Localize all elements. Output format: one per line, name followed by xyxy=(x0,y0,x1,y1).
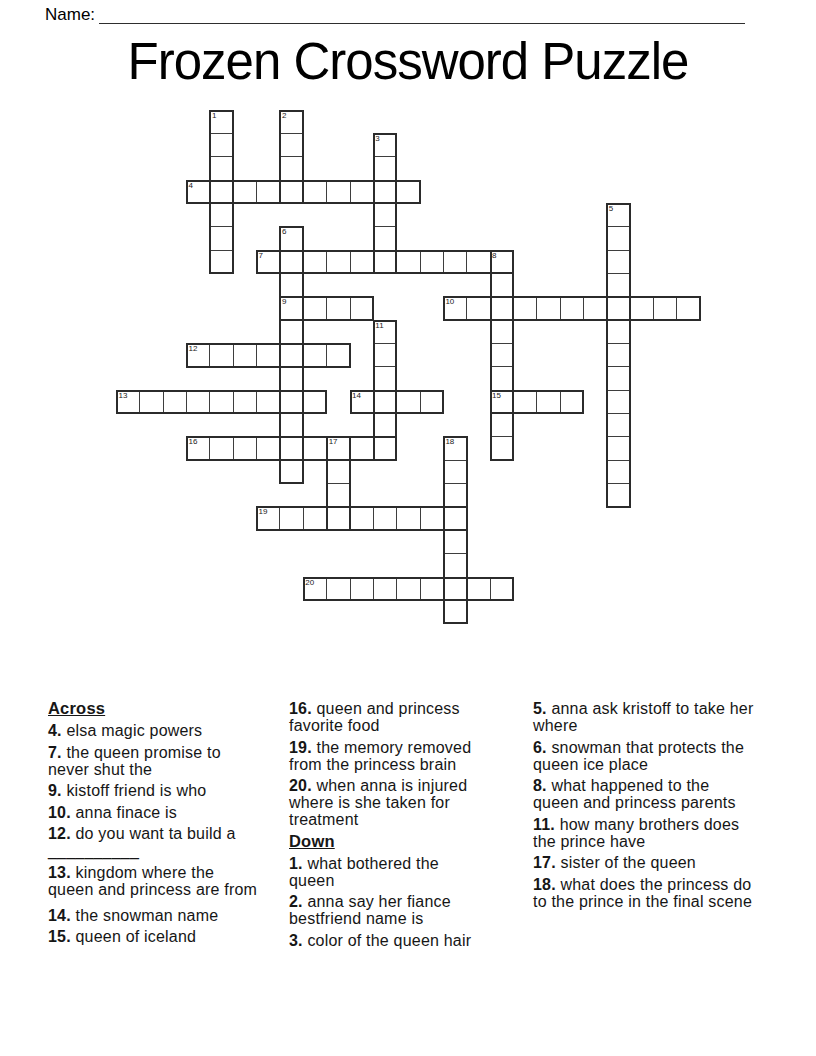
grid-cell[interactable] xyxy=(490,366,515,391)
grid-cell[interactable]: 18 xyxy=(443,436,468,461)
grid-cell[interactable] xyxy=(373,156,398,181)
grid-cell[interactable] xyxy=(303,296,328,321)
clue-text: snowman that protects the queen ice plac… xyxy=(533,739,744,773)
grid-cell[interactable] xyxy=(279,436,304,461)
clue-down-3: 3. color of the queen hair xyxy=(289,932,488,949)
grid-cell[interactable] xyxy=(350,577,375,602)
grid-cell[interactable]: 8 xyxy=(490,250,515,275)
grid-cell[interactable] xyxy=(209,203,234,228)
clue-across-16: 16. queen and princess favorite food xyxy=(289,700,488,734)
grid-cell[interactable] xyxy=(420,577,445,602)
grid-cell[interactable] xyxy=(606,483,631,508)
cell-number: 17 xyxy=(329,437,338,446)
grid-cell[interactable] xyxy=(303,506,328,531)
cell-number: 9 xyxy=(282,297,286,306)
grid-cell[interactable] xyxy=(513,390,538,415)
grid-cell[interactable] xyxy=(209,250,234,275)
grid-cell[interactable] xyxy=(326,483,351,508)
grid-cell[interactable] xyxy=(303,343,328,368)
cell-number: 10 xyxy=(445,297,454,306)
clue-number: 14. xyxy=(48,907,71,924)
down-header: Down xyxy=(289,833,488,850)
grid-cell[interactable] xyxy=(443,530,468,555)
clue-number: 18. xyxy=(533,876,556,893)
grid-cell[interactable] xyxy=(279,343,304,368)
grid-cell[interactable] xyxy=(443,483,468,508)
clue-text: kistoff friend is who xyxy=(66,782,206,799)
grid-cell[interactable] xyxy=(209,133,234,158)
cell-number: 8 xyxy=(492,251,496,260)
grid-cell[interactable] xyxy=(373,226,398,251)
grid-cell[interactable] xyxy=(490,343,515,368)
grid-cell[interactable] xyxy=(396,250,421,275)
grid-cell[interactable] xyxy=(303,390,328,415)
clue-down-5: 5. anna ask kristoff to take her where xyxy=(533,700,755,734)
grid-cell[interactable] xyxy=(209,226,234,251)
grid-cell[interactable] xyxy=(303,250,328,275)
clue-number: 2. xyxy=(289,893,303,910)
grid-cell[interactable] xyxy=(373,390,398,415)
grid-cell[interactable] xyxy=(490,413,515,438)
grid-cell[interactable] xyxy=(606,436,631,461)
clue-number: 7. xyxy=(48,744,62,761)
grid-cell[interactable] xyxy=(209,436,234,461)
grid-cell[interactable] xyxy=(466,296,491,321)
clue-down-1: 1. what bothered the queen xyxy=(289,855,488,889)
clue-number: 8. xyxy=(533,777,547,794)
grid-cell[interactable] xyxy=(443,577,468,602)
grid-cell[interactable]: 17 xyxy=(326,436,351,461)
clue-across-10: 10. anna finace is xyxy=(48,804,262,821)
grid-cell[interactable] xyxy=(279,156,304,181)
grid-cell[interactable] xyxy=(279,460,304,485)
grid-cell[interactable] xyxy=(396,180,421,205)
clue-number: 4. xyxy=(48,722,62,739)
grid-cell[interactable] xyxy=(326,460,351,485)
clue-number: 16. xyxy=(289,700,312,717)
clue-text: what does the princess do to the prince … xyxy=(533,876,752,910)
cell-number: 20 xyxy=(305,578,314,587)
grid-cell[interactable]: 14 xyxy=(350,390,375,415)
clue-text: when anna is injured where is she taken … xyxy=(289,777,467,828)
grid-cell[interactable] xyxy=(420,506,445,531)
grid-cell[interactable] xyxy=(373,366,398,391)
clue-down-8: 8. what happened to the queen and prince… xyxy=(533,777,755,811)
clue-text: the queen promise to never shut the xyxy=(48,744,221,778)
grid-cell[interactable] xyxy=(373,436,398,461)
cell-number: 12 xyxy=(189,344,198,353)
grid-cell[interactable] xyxy=(443,506,468,531)
grid-cell[interactable] xyxy=(279,250,304,275)
grid-cell[interactable] xyxy=(396,577,421,602)
grid-cell[interactable] xyxy=(396,506,421,531)
clue-number: 9. xyxy=(48,782,62,799)
clue-text: what happened to the queen and princess … xyxy=(533,777,736,811)
clue-across-4: 4. elsa magic powers xyxy=(48,722,262,739)
grid-cell[interactable] xyxy=(373,250,398,275)
grid-cell[interactable] xyxy=(279,133,304,158)
clue-text: what bothered the queen xyxy=(289,855,439,889)
clues-column-3: 5. anna ask kristoff to take her where6.… xyxy=(533,700,755,914)
grid-cell[interactable]: 6 xyxy=(279,226,304,251)
clue-text: anna ask kristoff to take her where xyxy=(533,700,753,734)
grid-cell[interactable] xyxy=(443,600,468,625)
clue-text: sister of the queen xyxy=(561,854,696,871)
cell-number: 13 xyxy=(119,391,128,400)
grid-cell[interactable] xyxy=(606,390,631,415)
grid-cell[interactable] xyxy=(653,296,678,321)
grid-cell[interactable]: 12 xyxy=(186,343,211,368)
grid-cell[interactable]: 7 xyxy=(256,250,281,275)
clue-number: 10. xyxy=(48,804,71,821)
grid-cell[interactable]: 9 xyxy=(279,296,304,321)
cell-number: 19 xyxy=(259,507,268,516)
grid-cell[interactable] xyxy=(326,250,351,275)
grid-cell[interactable] xyxy=(490,296,515,321)
grid-cell[interactable]: 2 xyxy=(279,110,304,135)
clue-number: 20. xyxy=(289,777,312,794)
clue-text: anna say her fiance bestfriend name is xyxy=(289,893,451,927)
clue-down-2: 2. anna say her fiance bestfriend name i… xyxy=(289,893,488,927)
grid-cell[interactable] xyxy=(279,390,304,415)
grid-cell[interactable] xyxy=(279,413,304,438)
clue-text: the memory removed from the princess bra… xyxy=(289,739,471,773)
clue-text: the snowman name xyxy=(76,907,219,924)
grid-cell[interactable] xyxy=(373,203,398,228)
grid-cell[interactable] xyxy=(420,390,445,415)
grid-cell[interactable]: 20 xyxy=(303,577,328,602)
grid-cell[interactable] xyxy=(209,343,234,368)
clue-text: do you want ta build a __________ xyxy=(48,825,236,859)
grid-cell[interactable] xyxy=(350,250,375,275)
grid-cell[interactable] xyxy=(630,296,655,321)
cell-number: 6 xyxy=(282,227,286,236)
clue-number: 5. xyxy=(533,700,547,717)
cell-number: 16 xyxy=(189,437,198,446)
grid-cell[interactable] xyxy=(233,343,258,368)
grid-cell[interactable] xyxy=(279,366,304,391)
grid-cell[interactable] xyxy=(303,180,328,205)
clue-text: color of the queen hair xyxy=(307,932,471,949)
grid-cell[interactable] xyxy=(233,436,258,461)
grid-cell[interactable] xyxy=(466,577,491,602)
cell-number: 3 xyxy=(375,134,379,143)
cell-number: 1 xyxy=(212,111,216,120)
grid-cell[interactable] xyxy=(350,506,375,531)
grid-cell[interactable] xyxy=(490,320,515,345)
clue-down-6: 6. snowman that protects the queen ice p… xyxy=(533,739,755,773)
grid-cell[interactable] xyxy=(350,180,375,205)
cell-number: 18 xyxy=(445,437,454,446)
grid-cell[interactable] xyxy=(443,460,468,485)
grid-cell[interactable] xyxy=(209,180,234,205)
grid-cell[interactable] xyxy=(326,296,351,321)
clue-number: 6. xyxy=(533,739,547,756)
grid-cell[interactable]: 1 xyxy=(209,110,234,135)
grid-cell[interactable] xyxy=(373,180,398,205)
worksheet-page: Name: Frozen Crossword Puzzle 4789101213… xyxy=(0,0,816,1056)
clue-down-18: 18. what does the princess do to the pri… xyxy=(533,876,755,910)
grid-cell[interactable] xyxy=(373,343,398,368)
clue-text: kingdom where the queen and princess are… xyxy=(48,864,257,898)
grid-cell[interactable]: 16 xyxy=(186,436,211,461)
grid-cell[interactable] xyxy=(490,273,515,298)
grid-cell[interactable] xyxy=(606,296,631,321)
grid-cell[interactable] xyxy=(279,273,304,298)
grid-cell[interactable] xyxy=(490,577,515,602)
grid-cell[interactable]: 5 xyxy=(606,203,631,228)
grid-cell[interactable] xyxy=(606,413,631,438)
grid-cell[interactable] xyxy=(350,436,375,461)
grid-cell[interactable]: 3 xyxy=(373,133,398,158)
grid-cell[interactable] xyxy=(233,180,258,205)
clue-down-11: 11. how many brothers does the prince ha… xyxy=(533,816,755,850)
grid-cell[interactable] xyxy=(279,320,304,345)
grid-cell[interactable] xyxy=(676,296,701,321)
clue-down-17: 17. sister of the queen xyxy=(533,854,755,871)
grid-cell[interactable]: 10 xyxy=(443,296,468,321)
grid-cell[interactable] xyxy=(606,460,631,485)
clues-column-1: Across4. elsa magic powers7. the queen p… xyxy=(48,700,262,950)
clue-number: 3. xyxy=(289,932,303,949)
clue-text: how many brothers does the prince have xyxy=(533,816,739,850)
clue-across-12: 12. do you want ta build a __________ xyxy=(48,825,262,859)
cell-number: 11 xyxy=(375,321,383,330)
grid-cell[interactable] xyxy=(606,250,631,275)
clue-text: elsa magic powers xyxy=(66,722,202,739)
grid-cell[interactable] xyxy=(466,250,491,275)
grid-cell[interactable] xyxy=(606,366,631,391)
grid-cell[interactable] xyxy=(443,553,468,578)
cell-number: 2 xyxy=(282,111,286,120)
grid-cell[interactable] xyxy=(373,413,398,438)
grid-cell[interactable] xyxy=(350,296,375,321)
clue-across-15: 15. queen of iceland xyxy=(48,928,262,945)
grid-cell[interactable] xyxy=(279,506,304,531)
grid-cell[interactable]: 13 xyxy=(116,390,141,415)
grid-cell[interactable] xyxy=(279,180,304,205)
grid-cell[interactable] xyxy=(256,436,281,461)
grid-cell[interactable] xyxy=(233,390,258,415)
grid-cell[interactable] xyxy=(209,156,234,181)
cell-number: 5 xyxy=(609,204,613,213)
across-header: Across xyxy=(48,700,262,717)
grid-cell[interactable] xyxy=(443,250,468,275)
grid-cell[interactable] xyxy=(560,390,585,415)
clue-across-20: 20. when anna is injured where is she ta… xyxy=(289,777,488,828)
grid-cell[interactable] xyxy=(209,390,234,415)
grid-cell[interactable]: 4 xyxy=(186,180,211,205)
clue-number: 12. xyxy=(48,825,71,842)
grid-cell[interactable]: 11 xyxy=(373,320,398,345)
grid-cell[interactable]: 19 xyxy=(256,506,281,531)
grid-cell[interactable] xyxy=(536,296,561,321)
cell-number: 14 xyxy=(352,391,361,400)
grid-cell[interactable] xyxy=(303,436,328,461)
cell-number: 4 xyxy=(189,181,193,190)
clue-across-19: 19. the memory removed from the princess… xyxy=(289,739,488,773)
grid-cell[interactable] xyxy=(606,343,631,368)
grid-cell[interactable] xyxy=(256,343,281,368)
grid-cell[interactable] xyxy=(490,436,515,461)
grid-cell[interactable] xyxy=(139,390,164,415)
cell-number: 7 xyxy=(259,251,263,260)
clue-number: 1. xyxy=(289,855,303,872)
grid-cell[interactable] xyxy=(606,320,631,345)
grid-cell[interactable] xyxy=(256,390,281,415)
clue-text: anna finace is xyxy=(76,804,178,821)
grid-cell[interactable] xyxy=(326,577,351,602)
clue-text: queen of iceland xyxy=(76,928,197,945)
crossword-grid: 4789101213141516171920123561118 xyxy=(0,0,816,700)
clue-across-9: 9. kistoff friend is who xyxy=(48,782,262,799)
grid-cell[interactable] xyxy=(373,577,398,602)
clue-number: 19. xyxy=(289,739,312,756)
grid-cell[interactable] xyxy=(326,506,351,531)
cell-number: 15 xyxy=(492,391,501,400)
grid-cell[interactable] xyxy=(326,180,351,205)
clue-number: 13. xyxy=(48,864,71,881)
grid-cell[interactable] xyxy=(606,226,631,251)
grid-cell[interactable] xyxy=(420,250,445,275)
grid-cell[interactable] xyxy=(186,390,211,415)
clues-column-2: 16. queen and princess favorite food19. … xyxy=(289,700,488,953)
grid-cell[interactable] xyxy=(606,273,631,298)
clue-number: 11. xyxy=(533,816,555,833)
clue-across-13: 13. kingdom where the queen and princess… xyxy=(48,864,262,898)
grid-cell[interactable] xyxy=(583,296,608,321)
grid-cell[interactable] xyxy=(536,390,561,415)
clue-across-7: 7. the queen promise to never shut the xyxy=(48,744,262,778)
grid-cell[interactable]: 15 xyxy=(490,390,515,415)
clue-across-14: 14. the snowman name xyxy=(48,907,262,924)
clue-number: 15. xyxy=(48,928,71,945)
grid-cell[interactable] xyxy=(513,296,538,321)
grid-cell[interactable] xyxy=(163,390,188,415)
grid-cell[interactable] xyxy=(396,390,421,415)
grid-cell[interactable] xyxy=(256,180,281,205)
clue-text: queen and princess favorite food xyxy=(289,700,460,734)
grid-cell[interactable] xyxy=(560,296,585,321)
grid-cell[interactable] xyxy=(326,343,351,368)
clue-number: 17. xyxy=(533,854,556,871)
grid-cell[interactable] xyxy=(373,506,398,531)
